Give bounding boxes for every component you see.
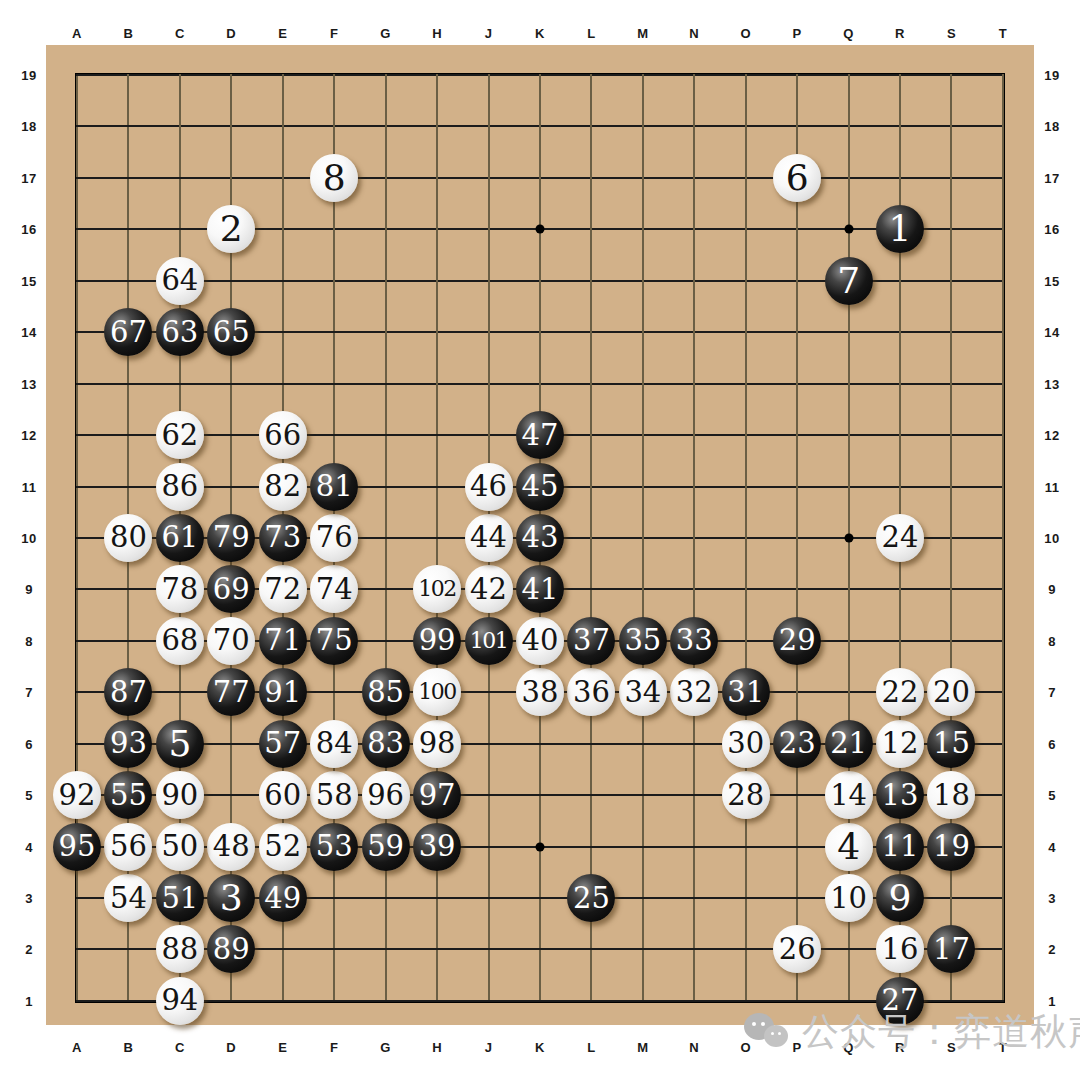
stone-number: 58 xyxy=(316,781,353,810)
row-label-left: 17 xyxy=(21,170,36,185)
stone-white[interactable]: 90 xyxy=(156,771,204,819)
stone-black[interactable]: 59 xyxy=(362,823,410,871)
stone-number: 9 xyxy=(889,880,912,916)
column-label-bottom: M xyxy=(637,1040,648,1055)
stone-white[interactable]: 80 xyxy=(104,514,152,562)
column-label-top: N xyxy=(689,26,699,41)
row-label-left: 19 xyxy=(21,68,36,83)
stone-black[interactable]: 23 xyxy=(773,720,821,768)
row-label-left: 2 xyxy=(25,942,33,957)
column-label-top: S xyxy=(947,26,956,41)
stone-black[interactable]: 29 xyxy=(773,617,821,665)
stone-black[interactable]: 37 xyxy=(567,617,615,665)
stone-number: 21 xyxy=(830,729,867,758)
stone-black[interactable]: 15 xyxy=(927,720,975,768)
stone-number: 28 xyxy=(727,781,764,810)
stone-black[interactable]: 13 xyxy=(876,771,924,819)
stone-number: 53 xyxy=(316,832,353,861)
stone-white[interactable]: 84 xyxy=(310,720,358,768)
row-label-left: 12 xyxy=(21,428,36,443)
stone-number: 25 xyxy=(573,884,610,913)
stone-black[interactable]: 33 xyxy=(670,617,718,665)
stone-number: 19 xyxy=(933,832,970,861)
stone-white[interactable]: 22 xyxy=(876,668,924,716)
stone-white[interactable]: 74 xyxy=(310,565,358,613)
stone-number: 91 xyxy=(264,678,301,707)
stone-number: 46 xyxy=(470,472,507,501)
stone-number: 72 xyxy=(264,575,301,604)
stone-white[interactable]: 78 xyxy=(156,565,204,613)
row-label-left: 8 xyxy=(25,633,33,648)
column-label-top: Q xyxy=(843,26,854,41)
stone-black[interactable]: 83 xyxy=(362,720,410,768)
stone-white[interactable]: 32 xyxy=(670,668,718,716)
row-label-left: 9 xyxy=(25,582,33,597)
row-label-left: 18 xyxy=(21,119,36,134)
stone-number: 52 xyxy=(264,832,301,861)
stone-number: 61 xyxy=(161,523,198,552)
stone-black[interactable]: 25 xyxy=(567,874,615,922)
row-label-left: 11 xyxy=(22,479,37,494)
row-label-right: 6 xyxy=(1048,736,1056,751)
watermark-text: 公众号：弈道秋声 xyxy=(802,1007,1080,1057)
stone-number: 66 xyxy=(264,421,301,450)
stone-black[interactable]: 17 xyxy=(927,925,975,973)
column-label-top: M xyxy=(637,26,648,41)
stone-number: 20 xyxy=(933,678,970,707)
stone-white[interactable]: 16 xyxy=(876,925,924,973)
stone-black[interactable]: 35 xyxy=(619,617,667,665)
stone-black[interactable]: 65 xyxy=(207,308,255,356)
stone-black[interactable]: 19 xyxy=(927,823,975,871)
row-label-right: 5 xyxy=(1048,788,1056,803)
stone-black[interactable]: 9 xyxy=(876,874,924,922)
stone-black[interactable]: 101 xyxy=(465,617,513,665)
stone-number: 50 xyxy=(161,832,198,861)
column-label-bottom: K xyxy=(535,1040,545,1055)
stone-number: 41 xyxy=(522,575,559,604)
stone-black[interactable]: 87 xyxy=(104,668,152,716)
stone-white[interactable]: 86 xyxy=(156,463,204,511)
stone-number: 48 xyxy=(213,832,250,861)
stone-number: 1 xyxy=(889,211,912,247)
stone-black[interactable]: 55 xyxy=(104,771,152,819)
stone-number: 82 xyxy=(264,472,301,501)
row-label-right: 18 xyxy=(1044,119,1059,134)
stone-number: 94 xyxy=(161,986,198,1015)
stone-black[interactable]: 43 xyxy=(516,514,564,562)
stone-number: 15 xyxy=(933,729,970,758)
stone-black[interactable]: 77 xyxy=(207,668,255,716)
row-label-left: 3 xyxy=(25,891,33,906)
stone-number: 23 xyxy=(779,729,816,758)
stone-number: 78 xyxy=(161,575,198,604)
stone-number: 31 xyxy=(727,678,764,707)
column-label-top: A xyxy=(72,26,82,41)
stone-number: 42 xyxy=(470,575,507,604)
stone-white[interactable]: 38 xyxy=(516,668,564,716)
row-label-right: 15 xyxy=(1044,273,1059,288)
stone-number: 76 xyxy=(316,523,353,552)
stone-number: 56 xyxy=(110,832,147,861)
stone-number: 14 xyxy=(830,781,867,810)
stone-black[interactable]: 7 xyxy=(825,257,873,305)
stone-white[interactable]: 40 xyxy=(516,617,564,665)
stone-black[interactable]: 31 xyxy=(722,668,770,716)
column-label-bottom: C xyxy=(175,1040,185,1055)
stone-number: 5 xyxy=(168,726,191,762)
stone-white[interactable]: 34 xyxy=(619,668,667,716)
go-board-diagram: AABBCCDDEEFFGGHHJJKKLLMMNNOOPPQQRRSSTT19… xyxy=(0,0,1080,1080)
column-label-bottom: E xyxy=(278,1040,287,1055)
stone-black[interactable]: 11 xyxy=(876,823,924,871)
stone-number: 70 xyxy=(213,626,250,655)
stone-number: 49 xyxy=(264,884,301,913)
column-label-top: O xyxy=(740,26,751,41)
stone-white[interactable]: 24 xyxy=(876,514,924,562)
stone-number: 59 xyxy=(367,832,404,861)
stone-black[interactable]: 97 xyxy=(413,771,461,819)
stone-white[interactable]: 42 xyxy=(465,565,513,613)
stone-white[interactable]: 100 xyxy=(413,668,461,716)
stone-number: 22 xyxy=(882,678,919,707)
stone-white[interactable]: 28 xyxy=(722,771,770,819)
stone-number: 40 xyxy=(522,626,559,655)
column-label-top: E xyxy=(278,26,287,41)
stone-number: 80 xyxy=(110,523,147,552)
stone-number: 45 xyxy=(522,472,559,501)
stone-number: 63 xyxy=(161,318,198,347)
row-label-left: 1 xyxy=(25,993,33,1008)
stone-number: 79 xyxy=(213,523,250,552)
stone-white[interactable]: 72 xyxy=(259,565,307,613)
stone-number: 67 xyxy=(110,318,147,347)
stone-white[interactable]: 14 xyxy=(825,771,873,819)
stone-white[interactable]: 20 xyxy=(927,668,975,716)
column-label-top: B xyxy=(123,26,133,41)
column-label-top: P xyxy=(793,26,802,41)
stone-black[interactable]: 73 xyxy=(259,514,307,562)
stone-black[interactable]: 85 xyxy=(362,668,410,716)
column-label-top: D xyxy=(226,26,236,41)
stone-number: 84 xyxy=(316,729,353,758)
stone-number: 85 xyxy=(367,678,404,707)
row-label-right: 17 xyxy=(1044,170,1059,185)
stone-black[interactable]: 89 xyxy=(207,925,255,973)
stone-number: 35 xyxy=(624,626,661,655)
row-label-right: 13 xyxy=(1044,376,1059,391)
stone-number: 3 xyxy=(220,880,243,916)
row-label-left: 5 xyxy=(25,788,33,803)
column-label-bottom: A xyxy=(72,1040,82,1055)
stone-number: 60 xyxy=(264,781,301,810)
stone-number: 30 xyxy=(727,729,764,758)
stone-number: 44 xyxy=(470,523,507,552)
stone-black[interactable]: 93 xyxy=(104,720,152,768)
stone-number: 39 xyxy=(419,832,456,861)
stone-white[interactable]: 26 xyxy=(773,925,821,973)
stone-number: 17 xyxy=(933,935,970,964)
stone-white[interactable]: 64 xyxy=(156,257,204,305)
stone-black[interactable]: 45 xyxy=(516,463,564,511)
stone-black[interactable]: 53 xyxy=(310,823,358,871)
stone-white[interactable]: 60 xyxy=(259,771,307,819)
stone-number: 99 xyxy=(419,626,456,655)
stone-black[interactable]: 21 xyxy=(825,720,873,768)
stone-white[interactable]: 4 xyxy=(825,823,873,871)
stone-number: 87 xyxy=(110,678,147,707)
row-label-right: 11 xyxy=(1045,479,1060,494)
stone-black[interactable]: 95 xyxy=(53,823,101,871)
stone-white[interactable]: 98 xyxy=(413,720,461,768)
wechat-icon xyxy=(744,1011,792,1053)
stone-black[interactable]: 99 xyxy=(413,617,461,665)
stone-number: 96 xyxy=(367,781,404,810)
stone-white[interactable]: 54 xyxy=(104,874,152,922)
column-label-bottom: J xyxy=(485,1040,493,1055)
row-label-right: 9 xyxy=(1048,582,1056,597)
stone-number: 37 xyxy=(573,626,610,655)
stone-number: 43 xyxy=(522,523,559,552)
row-label-right: 4 xyxy=(1048,839,1056,854)
stone-black[interactable]: 91 xyxy=(259,668,307,716)
row-label-left: 14 xyxy=(21,325,36,340)
stone-number: 68 xyxy=(161,626,198,655)
stone-number: 65 xyxy=(213,318,250,347)
stone-white[interactable]: 68 xyxy=(156,617,204,665)
stone-number: 74 xyxy=(316,575,353,604)
row-label-left: 6 xyxy=(25,736,33,751)
row-label-right: 19 xyxy=(1044,68,1059,83)
stone-number: 16 xyxy=(882,935,919,964)
stone-white[interactable]: 58 xyxy=(310,771,358,819)
stone-black[interactable]: 81 xyxy=(310,463,358,511)
stone-number: 8 xyxy=(323,160,346,196)
stone-number: 36 xyxy=(573,678,610,707)
stone-number: 81 xyxy=(316,472,353,501)
stone-number: 88 xyxy=(161,935,198,964)
stone-number: 102 xyxy=(418,578,456,600)
stone-black[interactable]: 63 xyxy=(156,308,204,356)
stone-number: 29 xyxy=(779,626,816,655)
stone-white[interactable]: 56 xyxy=(104,823,152,871)
stone-number: 101 xyxy=(470,630,508,652)
column-label-top: C xyxy=(175,26,185,41)
stone-number: 57 xyxy=(264,729,301,758)
column-label-top: K xyxy=(535,26,545,41)
stone-number: 55 xyxy=(110,781,147,810)
stone-number: 92 xyxy=(59,781,96,810)
stone-black[interactable]: 41 xyxy=(516,565,564,613)
stone-number: 98 xyxy=(419,729,456,758)
wechat-bubble-small xyxy=(764,1025,788,1047)
stone-number: 86 xyxy=(161,472,198,501)
stone-black[interactable]: 71 xyxy=(259,617,307,665)
stone-black[interactable]: 69 xyxy=(207,565,255,613)
stone-white[interactable]: 48 xyxy=(207,823,255,871)
stone-number: 51 xyxy=(161,884,198,913)
stone-number: 24 xyxy=(882,523,919,552)
stone-white[interactable]: 8 xyxy=(310,154,358,202)
row-label-right: 7 xyxy=(1048,685,1056,700)
column-label-top: F xyxy=(330,26,338,41)
row-label-right: 3 xyxy=(1048,891,1056,906)
stone-number: 6 xyxy=(786,160,809,196)
column-label-bottom: N xyxy=(689,1040,699,1055)
row-label-left: 7 xyxy=(25,685,33,700)
stone-number: 73 xyxy=(264,523,301,552)
row-label-left: 10 xyxy=(21,530,36,545)
stone-number: 54 xyxy=(110,884,147,913)
stone-black[interactable]: 57 xyxy=(259,720,307,768)
stone-number: 100 xyxy=(418,681,456,703)
column-label-top: J xyxy=(485,26,493,41)
row-label-left: 13 xyxy=(21,376,36,391)
column-label-top: L xyxy=(587,26,595,41)
stone-white[interactable]: 94 xyxy=(156,977,204,1025)
stone-number: 4 xyxy=(837,829,860,865)
stone-number: 2 xyxy=(220,211,243,247)
column-label-bottom: B xyxy=(123,1040,133,1055)
stone-number: 71 xyxy=(264,626,301,655)
stone-number: 11 xyxy=(882,832,919,861)
stone-number: 47 xyxy=(522,421,559,450)
stone-white[interactable]: 92 xyxy=(53,771,101,819)
stone-number: 12 xyxy=(882,729,919,758)
stone-white[interactable]: 82 xyxy=(259,463,307,511)
stone-number: 97 xyxy=(419,781,456,810)
stone-white[interactable]: 62 xyxy=(156,411,204,459)
stone-white[interactable]: 12 xyxy=(876,720,924,768)
stone-black[interactable]: 47 xyxy=(516,411,564,459)
row-label-left: 16 xyxy=(21,222,36,237)
stone-number: 64 xyxy=(161,266,198,295)
stone-black[interactable]: 79 xyxy=(207,514,255,562)
stone-number: 69 xyxy=(213,575,250,604)
stone-white[interactable]: 6 xyxy=(773,154,821,202)
column-label-top: H xyxy=(432,26,442,41)
stone-number: 62 xyxy=(161,421,198,450)
stone-black[interactable]: 75 xyxy=(310,617,358,665)
row-label-right: 14 xyxy=(1044,325,1059,340)
column-label-top: G xyxy=(380,26,391,41)
stone-black[interactable]: 5 xyxy=(156,720,204,768)
stone-white[interactable]: 70 xyxy=(207,617,255,665)
stone-white[interactable]: 2 xyxy=(207,205,255,253)
row-label-right: 12 xyxy=(1044,428,1059,443)
stone-number: 75 xyxy=(316,626,353,655)
stone-number: 26 xyxy=(779,935,816,964)
row-label-right: 2 xyxy=(1048,942,1056,957)
stone-number: 93 xyxy=(110,729,147,758)
stone-white[interactable]: 66 xyxy=(259,411,307,459)
stone-number: 89 xyxy=(213,935,250,964)
stone-number: 38 xyxy=(522,678,559,707)
stone-white[interactable]: 52 xyxy=(259,823,307,871)
stone-number: 34 xyxy=(624,678,661,707)
row-label-right: 16 xyxy=(1044,222,1059,237)
watermark: 公众号：弈道秋声 xyxy=(744,1006,1080,1058)
stone-number: 33 xyxy=(676,626,713,655)
stone-number: 18 xyxy=(933,781,970,810)
column-label-bottom: D xyxy=(226,1040,236,1055)
stone-number: 95 xyxy=(59,832,96,861)
column-label-bottom: H xyxy=(432,1040,442,1055)
column-label-bottom: G xyxy=(380,1040,391,1055)
stone-white[interactable]: 50 xyxy=(156,823,204,871)
stone-number: 77 xyxy=(213,678,250,707)
stone-number: 83 xyxy=(367,729,404,758)
row-label-left: 4 xyxy=(25,839,33,854)
row-label-right: 8 xyxy=(1048,633,1056,648)
stone-black[interactable]: 67 xyxy=(104,308,152,356)
row-label-left: 15 xyxy=(21,273,36,288)
stone-white[interactable]: 18 xyxy=(927,771,975,819)
stone-white[interactable]: 96 xyxy=(362,771,410,819)
stone-black[interactable]: 1 xyxy=(876,205,924,253)
stone-white[interactable]: 102 xyxy=(413,565,461,613)
stone-white[interactable]: 46 xyxy=(465,463,513,511)
stone-white[interactable]: 88 xyxy=(156,925,204,973)
stone-white[interactable]: 30 xyxy=(722,720,770,768)
stone-number: 7 xyxy=(837,263,860,299)
stone-white[interactable]: 76 xyxy=(310,514,358,562)
stone-white[interactable]: 36 xyxy=(567,668,615,716)
column-label-top: T xyxy=(999,26,1007,41)
stone-black[interactable]: 61 xyxy=(156,514,204,562)
column-label-bottom: L xyxy=(587,1040,595,1055)
stone-black[interactable]: 3 xyxy=(207,874,255,922)
stone-white[interactable]: 10 xyxy=(825,874,873,922)
stone-number: 13 xyxy=(882,781,919,810)
column-label-bottom: F xyxy=(330,1040,338,1055)
stone-number: 32 xyxy=(676,678,713,707)
stone-white[interactable]: 44 xyxy=(465,514,513,562)
stone-black[interactable]: 51 xyxy=(156,874,204,922)
row-label-right: 10 xyxy=(1044,530,1059,545)
stone-black[interactable]: 49 xyxy=(259,874,307,922)
column-label-top: R xyxy=(895,26,905,41)
stone-number: 90 xyxy=(161,781,198,810)
stone-black[interactable]: 39 xyxy=(413,823,461,871)
stone-number: 10 xyxy=(830,884,867,913)
